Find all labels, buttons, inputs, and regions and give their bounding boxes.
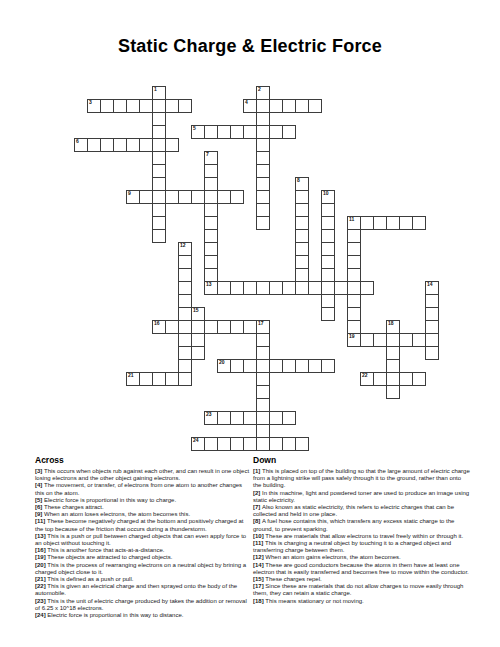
- grid-cell[interactable]: [178, 99, 192, 113]
- grid-cell[interactable]: [295, 268, 309, 282]
- grid-cell[interactable]: [269, 125, 283, 139]
- clue-item: [23] This is the unit of electric charge…: [35, 598, 251, 612]
- clue-number: [3]: [35, 468, 44, 474]
- grid-cell[interactable]: [256, 372, 270, 386]
- grid-cell[interactable]: 15: [191, 307, 205, 321]
- grid-cell[interactable]: [204, 437, 218, 451]
- grid-cell[interactable]: [399, 216, 413, 230]
- grid-cell[interactable]: [321, 359, 335, 373]
- grid-cell[interactable]: [295, 216, 309, 230]
- down-clue-list: [1] This is placed on top of the buildin…: [253, 468, 471, 605]
- grid-cell[interactable]: [152, 216, 166, 230]
- grid-cell[interactable]: [204, 229, 218, 243]
- grid-cell[interactable]: [295, 242, 309, 256]
- grid-cell[interactable]: [204, 203, 218, 217]
- clue-text: These charges attract.: [44, 504, 104, 510]
- grid-cell[interactable]: [230, 281, 244, 295]
- cell-number: 8: [297, 178, 300, 183]
- grid-cell[interactable]: [256, 424, 270, 438]
- grid-cell[interactable]: [295, 190, 309, 204]
- clue-number: [9]: [35, 511, 44, 517]
- grid-cell[interactable]: [321, 255, 335, 269]
- cell-number: 13: [206, 282, 212, 287]
- grid-cell[interactable]: [269, 359, 283, 373]
- grid-cell[interactable]: [256, 112, 270, 126]
- grid-cell[interactable]: [308, 359, 322, 373]
- clue-item: [11] These become negatively charged at …: [35, 518, 251, 532]
- grid-cell[interactable]: 13: [204, 281, 218, 295]
- cell-number: 21: [128, 373, 134, 378]
- grid-cell[interactable]: 3: [87, 99, 101, 113]
- grid-cell[interactable]: [295, 203, 309, 217]
- grid-cell[interactable]: [256, 216, 270, 230]
- clue-item: [21] This is defined as a push or pull.: [35, 576, 251, 583]
- grid-cell[interactable]: [256, 138, 270, 152]
- grid-cell[interactable]: [295, 229, 309, 243]
- grid-cell[interactable]: [204, 190, 218, 204]
- clue-number: [1]: [253, 468, 262, 474]
- grid-cell[interactable]: 12: [178, 242, 192, 256]
- clue-text: This is charging a neutral object by tou…: [253, 540, 451, 553]
- clue-text: These objects are attracted to charged o…: [47, 554, 172, 560]
- cell-number: 15: [193, 308, 199, 313]
- grid-cell[interactable]: [100, 99, 114, 113]
- grid-cell[interactable]: [217, 125, 231, 139]
- across-header: Across: [35, 455, 251, 465]
- cell-number: 20: [219, 360, 225, 365]
- cell-number: 6: [76, 139, 79, 144]
- cell-number: 11: [349, 217, 354, 222]
- grid-cell[interactable]: [178, 320, 192, 334]
- clue-number: [5]: [35, 497, 44, 503]
- grid-cell[interactable]: [243, 411, 257, 425]
- cell-number: 14: [427, 282, 433, 287]
- grid-cell[interactable]: [334, 281, 348, 295]
- grid-cell[interactable]: [399, 333, 413, 347]
- grid-cell[interactable]: [87, 138, 101, 152]
- grid-cell[interactable]: [425, 320, 439, 334]
- grid-cell[interactable]: [243, 320, 257, 334]
- grid-cell[interactable]: [282, 411, 296, 425]
- cell-number: 1: [154, 87, 157, 92]
- grid-cell[interactable]: [373, 333, 387, 347]
- clue-item: [10] These are materials that allow elec…: [253, 533, 471, 540]
- grid-cell[interactable]: 10: [321, 190, 335, 204]
- grid-cell[interactable]: [256, 99, 270, 113]
- cell-number: 22: [362, 373, 368, 378]
- grid-cell[interactable]: 22: [360, 372, 374, 386]
- clue-text: This is the process of rearranging elect…: [35, 562, 246, 575]
- grid-cell[interactable]: [178, 268, 192, 282]
- cell-number: 9: [128, 191, 131, 196]
- cell-number: 12: [180, 243, 186, 248]
- clue-item: [7] Also known as static electricity, th…: [253, 504, 471, 518]
- grid-cell[interactable]: 19: [347, 333, 361, 347]
- grid-cell[interactable]: [386, 385, 400, 399]
- clue-text: These are materials that allow electrons…: [265, 533, 463, 539]
- grid-cell[interactable]: [178, 190, 192, 204]
- grid-cell[interactable]: [113, 138, 127, 152]
- grid-cell[interactable]: [256, 203, 270, 217]
- clue-item: [4] The movement, or transfer, of electr…: [35, 482, 251, 496]
- grid-cell[interactable]: [204, 268, 218, 282]
- grid-cell[interactable]: [178, 346, 192, 360]
- grid-cell[interactable]: [373, 216, 387, 230]
- grid-cell[interactable]: [347, 281, 361, 295]
- clue-item: [15] These charges repel.: [253, 576, 471, 583]
- across-clue-list: [3] This occurs when objects rub against…: [35, 468, 251, 619]
- grid-cell[interactable]: [321, 242, 335, 256]
- grid-cell[interactable]: [139, 372, 153, 386]
- grid-cell[interactable]: [269, 411, 283, 425]
- clue-item: [9] When an atom loses electrons, the at…: [35, 511, 251, 518]
- grid-cell[interactable]: [256, 411, 270, 425]
- clue-number: [6]: [35, 504, 44, 510]
- across-column: Across [3] This occurs when objects rub …: [35, 455, 251, 619]
- grid-cell[interactable]: [321, 216, 335, 230]
- grid-cell[interactable]: [256, 177, 270, 191]
- grid-cell[interactable]: [256, 346, 270, 360]
- grid-cell[interactable]: [282, 125, 296, 139]
- clue-number: [20]: [35, 562, 47, 568]
- grid-cell[interactable]: 8: [295, 177, 309, 191]
- grid-cell[interactable]: [425, 294, 439, 308]
- clue-text: These charges repel.: [265, 576, 321, 582]
- grid-cell[interactable]: [360, 216, 374, 230]
- clue-number: [11]: [35, 518, 47, 524]
- clue-item: [1] This is placed on top of the buildin…: [253, 468, 471, 490]
- grid-cell[interactable]: [152, 125, 166, 139]
- clue-item: [20] This is the process of rearranging …: [35, 562, 251, 576]
- grid-cell[interactable]: [269, 99, 283, 113]
- grid-cell[interactable]: [217, 190, 231, 204]
- grid-cell[interactable]: 5: [191, 125, 205, 139]
- clue-item: [19] These objects are attracted to char…: [35, 554, 251, 561]
- cell-number: 16: [154, 321, 160, 326]
- clue-text: This is defined as a push or pull.: [47, 576, 133, 582]
- cell-number: 7: [206, 152, 209, 157]
- grid-cell[interactable]: [204, 125, 218, 139]
- clue-item: [2] In this machine, light and powdered …: [253, 490, 471, 504]
- grid-cell[interactable]: [204, 320, 218, 334]
- grid-cell[interactable]: 23: [204, 411, 218, 425]
- grid-cell[interactable]: [256, 398, 270, 412]
- grid-cell[interactable]: [243, 281, 257, 295]
- grid-cell[interactable]: [191, 320, 205, 334]
- grid-cell[interactable]: [295, 99, 309, 113]
- grid-cell[interactable]: [178, 333, 192, 347]
- grid-cell[interactable]: 7: [204, 151, 218, 165]
- clue-item: [3] This occurs when objects rub against…: [35, 468, 251, 482]
- crossword-grid: 123456789101112131415161718192021222324: [61, 86, 440, 452]
- grid-cell[interactable]: [178, 281, 192, 295]
- grid-cell[interactable]: [126, 99, 140, 113]
- grid-cell[interactable]: [321, 203, 335, 217]
- grid-cell[interactable]: [386, 372, 400, 386]
- clue-number: [14]: [253, 562, 265, 568]
- clue-text: A fuel hose contains this, which transfe…: [253, 518, 454, 531]
- grid-cell[interactable]: [178, 307, 192, 321]
- grid-cell[interactable]: [230, 320, 244, 334]
- down-column: Down [1] This is placed on top of the bu…: [253, 455, 471, 605]
- grid-cell[interactable]: [256, 333, 270, 347]
- grid-cell[interactable]: [191, 190, 205, 204]
- grid-cell[interactable]: 24: [191, 437, 205, 451]
- grid-cell[interactable]: [425, 307, 439, 321]
- grid-cell[interactable]: [217, 437, 231, 451]
- grid-cell[interactable]: [139, 138, 153, 152]
- grid-cell[interactable]: [243, 359, 257, 373]
- clue-number: [17]: [253, 583, 265, 589]
- grid-cell[interactable]: [152, 164, 166, 178]
- page-title: Static Charge & Electric Force: [0, 36, 500, 57]
- clue-number: [22]: [35, 583, 47, 589]
- grid-cell[interactable]: [269, 437, 283, 451]
- clue-text: These become negatively charged at the b…: [35, 518, 243, 531]
- grid-cell[interactable]: [360, 281, 374, 295]
- grid-cell[interactable]: [386, 359, 400, 373]
- grid-cell[interactable]: 14: [425, 281, 439, 295]
- grid-cell[interactable]: [347, 307, 361, 321]
- clue-text: Electric force is proportional in this w…: [47, 612, 183, 618]
- clue-text: This is given an electrical charge and t…: [35, 583, 237, 596]
- grid-cell[interactable]: [256, 164, 270, 178]
- grid-cell[interactable]: [347, 229, 361, 243]
- grid-cell[interactable]: [126, 138, 140, 152]
- grid-cell[interactable]: 9: [126, 190, 140, 204]
- grid-cell[interactable]: [165, 320, 179, 334]
- clue-text: These are good conductors because the at…: [253, 562, 469, 575]
- clue-number: [10]: [253, 533, 265, 539]
- grid-cell[interactable]: [295, 255, 309, 269]
- grid-cell[interactable]: [243, 125, 257, 139]
- grid-cell[interactable]: [217, 320, 231, 334]
- grid-cell[interactable]: [412, 372, 426, 386]
- grid-cell[interactable]: [165, 190, 179, 204]
- grid-cell[interactable]: [386, 333, 400, 347]
- grid-cell[interactable]: [295, 437, 309, 451]
- grid-cell[interactable]: [243, 437, 257, 451]
- clue-item: [6] These charges attract.: [35, 504, 251, 511]
- clue-text: This is the unit of electric charge prod…: [35, 598, 247, 611]
- clue-text: The movement, or transfer, of electrons …: [35, 482, 242, 495]
- grid-cell[interactable]: [321, 229, 335, 243]
- grid-cell[interactable]: [282, 281, 296, 295]
- grid-cell[interactable]: 11: [347, 216, 361, 230]
- grid-cell[interactable]: [256, 125, 270, 139]
- grid-cell[interactable]: [152, 151, 166, 165]
- cell-number: 24: [193, 438, 199, 443]
- grid-cell[interactable]: [425, 346, 439, 360]
- grid-cell[interactable]: [373, 372, 387, 386]
- grid-cell[interactable]: [178, 359, 192, 373]
- clue-number: [21]: [35, 576, 47, 582]
- grid-cell[interactable]: [256, 437, 270, 451]
- grid-cell[interactable]: [399, 372, 413, 386]
- clue-number: [8]: [253, 518, 262, 524]
- grid-cell[interactable]: [178, 255, 192, 269]
- cell-number: 19: [349, 334, 355, 339]
- clue-number: [24]: [35, 612, 47, 618]
- grid-cell[interactable]: [100, 138, 114, 152]
- grid-cell[interactable]: [256, 281, 270, 295]
- grid-cell[interactable]: [152, 99, 166, 113]
- grid-cell[interactable]: [282, 437, 296, 451]
- clue-item: [11] This is charging a neutral object b…: [253, 540, 471, 554]
- cell-number: 5: [193, 126, 196, 131]
- grid-cell[interactable]: [321, 294, 335, 308]
- grid-cell[interactable]: [230, 411, 244, 425]
- clue-number: [18]: [253, 598, 265, 604]
- grid-cell[interactable]: [308, 281, 322, 295]
- grid-cell[interactable]: [230, 437, 244, 451]
- grid-cell[interactable]: [152, 372, 166, 386]
- clue-item: [18] This means stationary or not moving…: [253, 598, 471, 605]
- clue-number: [12]: [253, 554, 265, 560]
- grid-cell[interactable]: 17: [256, 320, 270, 334]
- grid-cell[interactable]: [152, 229, 166, 243]
- clue-text: This means stationary or not moving.: [265, 598, 363, 604]
- cell-number: 2: [258, 87, 261, 92]
- clue-text: In this machine, light and powdered tone…: [253, 490, 469, 503]
- clue-number: [15]: [253, 576, 265, 582]
- clue-item: [17] Since these are materials that do n…: [253, 583, 471, 597]
- grid-cell[interactable]: [386, 216, 400, 230]
- grid-cell[interactable]: [139, 99, 153, 113]
- grid-cell[interactable]: [178, 294, 192, 308]
- grid-cell[interactable]: 1: [152, 86, 166, 100]
- clue-text: When an atom gains electrons, the atom b…: [265, 554, 400, 560]
- clue-item: [22] This is given an electrical charge …: [35, 583, 251, 597]
- clue-number: [4]: [35, 482, 44, 488]
- grid-cell[interactable]: [269, 281, 283, 295]
- grid-cell[interactable]: [412, 216, 426, 230]
- grid-cell[interactable]: [256, 359, 270, 373]
- worksheet-page: { "title": "Static Charge & Electric For…: [0, 0, 500, 647]
- grid-cell[interactable]: [152, 203, 166, 217]
- grid-cell[interactable]: [204, 216, 218, 230]
- grid-cell[interactable]: [230, 190, 244, 204]
- grid-cell[interactable]: [347, 294, 361, 308]
- clue-text: This is another force that acts-at-a-dis…: [47, 547, 164, 553]
- clue-item: [5] Electric force is proportional in th…: [35, 497, 251, 504]
- grid-cell[interactable]: [347, 320, 361, 334]
- cell-number: 17: [258, 321, 264, 326]
- clue-item: [12] When an atom gains electrons, the a…: [253, 554, 471, 561]
- grid-cell[interactable]: [256, 190, 270, 204]
- clue-number: [19]: [35, 554, 47, 560]
- grid-cell[interactable]: [191, 333, 205, 347]
- grid-cell[interactable]: [347, 242, 361, 256]
- cell-number: 10: [323, 191, 329, 196]
- grid-cell[interactable]: [152, 112, 166, 126]
- grid-cell[interactable]: [230, 359, 244, 373]
- grid-cell[interactable]: [152, 177, 166, 191]
- grid-cell[interactable]: 16: [152, 320, 166, 334]
- grid-cell[interactable]: [191, 346, 205, 360]
- grid-cell[interactable]: [321, 281, 335, 295]
- clue-text: Also known as static electricity, this r…: [253, 504, 454, 517]
- clue-number: [16]: [35, 547, 47, 553]
- grid-cell[interactable]: [204, 164, 218, 178]
- grid-cell[interactable]: [347, 268, 361, 282]
- grid-cell[interactable]: [178, 372, 192, 386]
- grid-cell[interactable]: 6: [74, 138, 88, 152]
- grid-cell[interactable]: [282, 359, 296, 373]
- clue-item: [16] This is another force that acts-at-…: [35, 547, 251, 554]
- grid-cell[interactable]: [217, 281, 231, 295]
- grid-cell[interactable]: [165, 99, 179, 113]
- clue-number: [11]: [253, 540, 265, 546]
- grid-cell[interactable]: 20: [217, 359, 231, 373]
- grid-cell[interactable]: 2: [256, 86, 270, 100]
- grid-cell[interactable]: [230, 125, 244, 139]
- clue-item: [13] This is a push or pull between char…: [35, 533, 251, 547]
- grid-cell[interactable]: [152, 190, 166, 204]
- grid-cell[interactable]: [113, 99, 127, 113]
- grid-cell[interactable]: [139, 190, 153, 204]
- down-header: Down: [253, 455, 471, 465]
- cell-number: 23: [206, 412, 212, 417]
- grid-cell[interactable]: 4: [243, 99, 257, 113]
- grid-cell[interactable]: [360, 333, 374, 347]
- grid-cell[interactable]: [152, 138, 166, 152]
- cell-number: 18: [388, 321, 394, 326]
- clue-text: This occurs when objects rub against eac…: [35, 468, 249, 481]
- clue-item: [24] Electric force is proportional in t…: [35, 612, 251, 619]
- grid-cell[interactable]: 18: [386, 320, 400, 334]
- clue-number: [7]: [253, 504, 262, 510]
- grid-cell[interactable]: [204, 255, 218, 269]
- grid-cell[interactable]: [204, 242, 218, 256]
- clue-item: [14] These are good conductors because t…: [253, 562, 471, 576]
- grid-cell[interactable]: [425, 333, 439, 347]
- clue-number: [2]: [253, 490, 262, 496]
- grid-cell[interactable]: [412, 333, 426, 347]
- grid-cell[interactable]: [321, 268, 335, 282]
- cell-number: 3: [89, 100, 92, 105]
- clue-number: [13]: [35, 533, 47, 539]
- clue-text: Since these are materials that do not al…: [253, 583, 463, 596]
- clue-text: Electric force is proportional in this w…: [44, 497, 176, 503]
- clue-item: [8] A fuel hose contains this, which tra…: [253, 518, 471, 532]
- grid-cell[interactable]: [217, 411, 231, 425]
- grid-cell[interactable]: [295, 359, 309, 373]
- grid-cell[interactable]: [308, 99, 322, 113]
- grid-cell[interactable]: [165, 372, 179, 386]
- clue-number: [23]: [35, 598, 47, 604]
- grid-cell[interactable]: 21: [126, 372, 140, 386]
- grid-cell[interactable]: [295, 281, 309, 295]
- cell-number: 4: [245, 100, 248, 105]
- grid-cell[interactable]: [256, 151, 270, 165]
- grid-cell[interactable]: [386, 346, 400, 360]
- clue-text: When an atom loses electrons, the atom b…: [44, 511, 190, 517]
- grid-cell[interactable]: [282, 99, 296, 113]
- grid-cell[interactable]: [165, 138, 179, 152]
- clue-text: This is a push or pull between charged o…: [35, 533, 246, 546]
- grid-cell[interactable]: [256, 385, 270, 399]
- grid-cell[interactable]: [347, 255, 361, 269]
- clue-text: This is placed on top of the building so…: [253, 468, 470, 488]
- grid-cell[interactable]: [321, 307, 335, 321]
- grid-cell[interactable]: [204, 177, 218, 191]
